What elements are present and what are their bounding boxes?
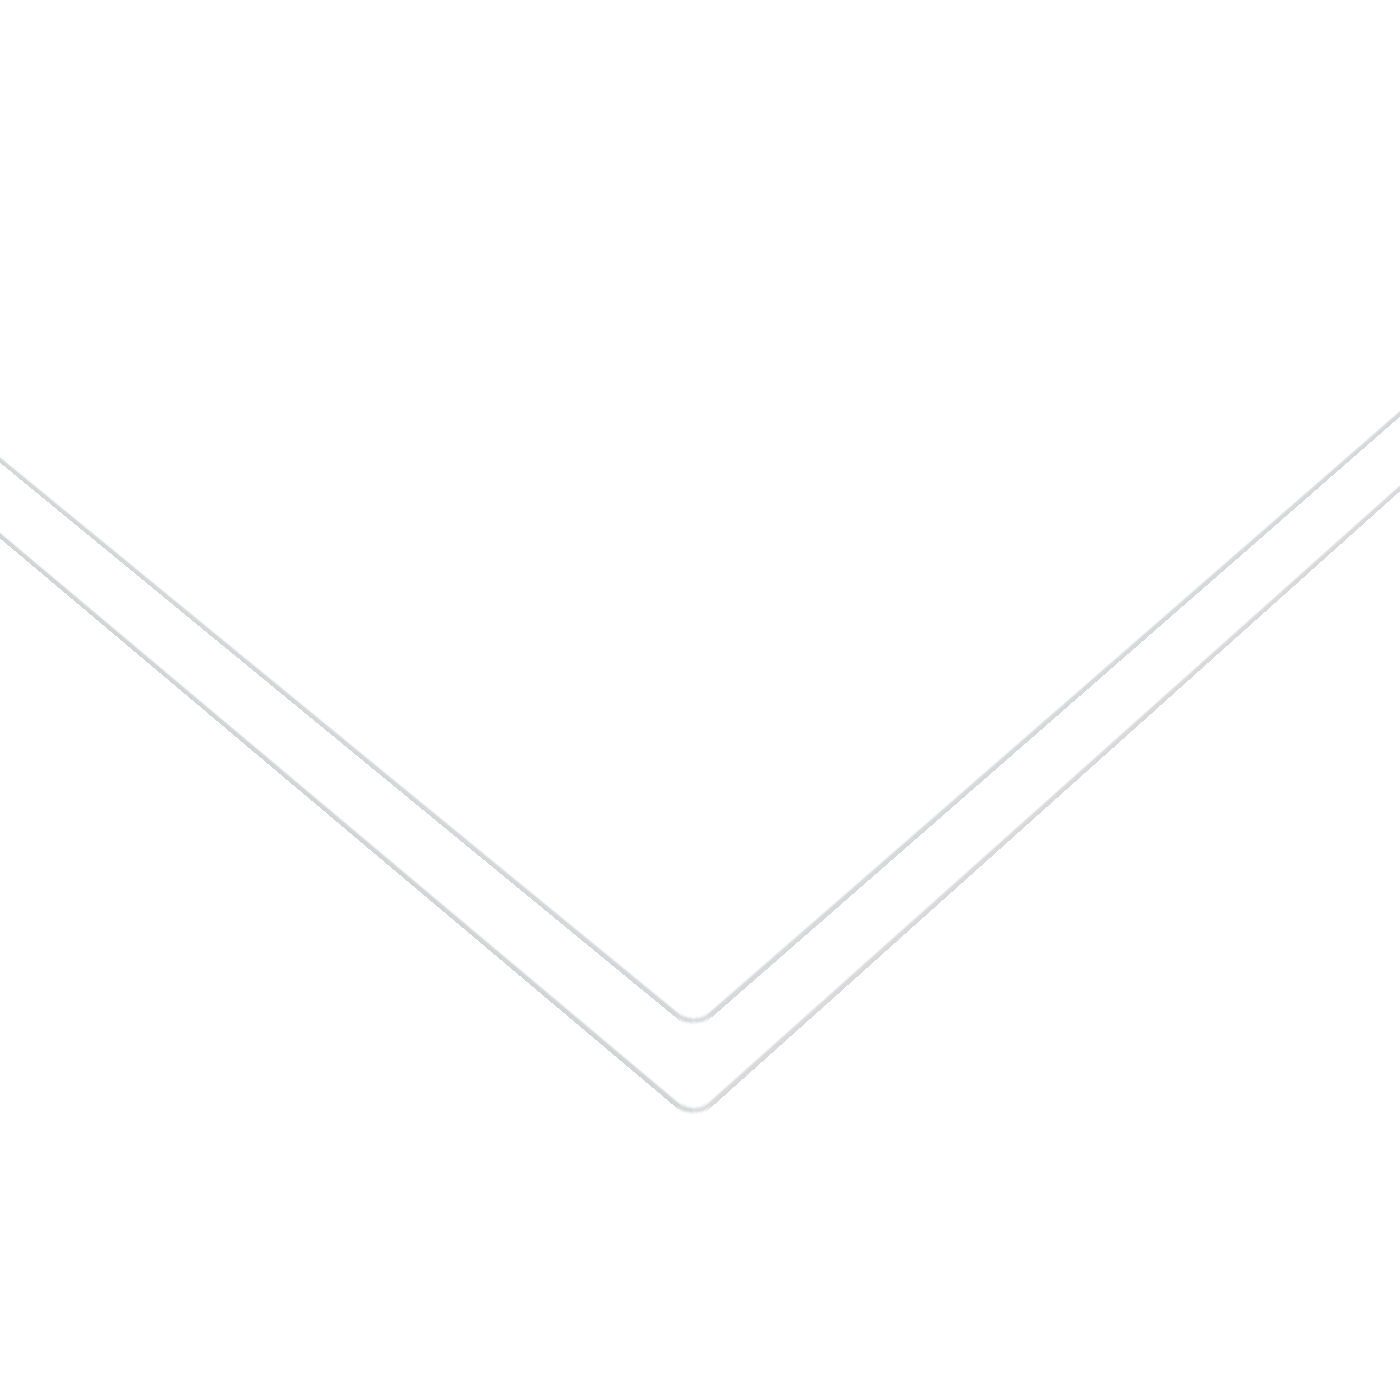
border-inlay-line-left <box>0 231 503 702</box>
border-inlay-line-right <box>862 231 1400 702</box>
product-photo-canvas <box>0 0 1400 1400</box>
board-3d-scene <box>0 231 1400 1400</box>
board-photo <box>0 231 1400 1400</box>
